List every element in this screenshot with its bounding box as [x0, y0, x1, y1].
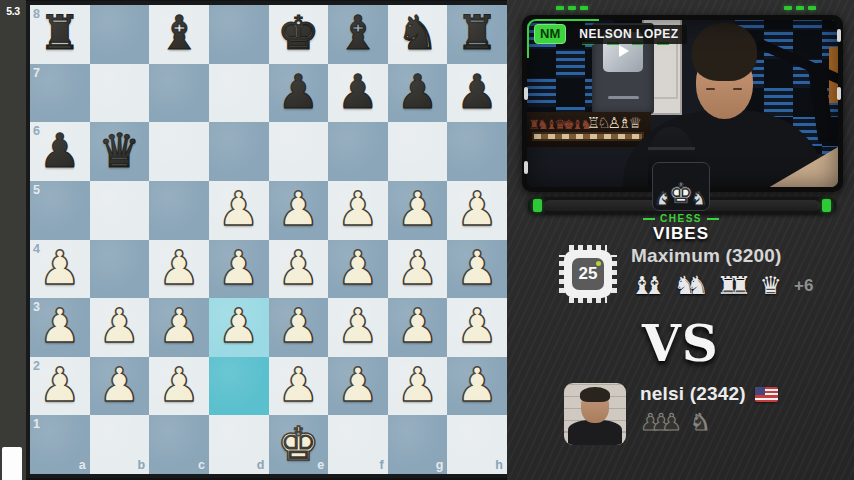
file-label-f: f: [380, 459, 384, 472]
square-g6[interactable]: [388, 122, 448, 181]
piece-white-pawn: ♟: [456, 302, 498, 349]
piece-white-pawn: ♟: [456, 185, 498, 232]
square-b3[interactable]: ♟: [90, 298, 150, 357]
square-g1[interactable]: g: [388, 415, 448, 474]
frame-tick: [524, 87, 528, 100]
rank-label-3: 3: [33, 301, 40, 314]
piece-white-pawn: ♟: [396, 361, 438, 408]
player-card-nelsi: nelsi (2342) ♟♟♟♞: [564, 383, 778, 445]
square-b5[interactable]: [90, 181, 150, 240]
captured-group: ♟♟♟: [640, 411, 682, 434]
rank-label-4: 4: [33, 243, 40, 256]
piece-black-bishop: ♝: [337, 9, 379, 56]
piece-white-pawn: ♟: [456, 244, 498, 291]
rank-label-7: 7: [33, 67, 40, 80]
green-cap-left: [533, 199, 542, 212]
captured-rook-icon: ♜: [729, 273, 751, 298]
piece-white-pawn: ♟: [337, 302, 379, 349]
piece-white-pawn: ♟: [337, 185, 379, 232]
piece-white-pawn: ♟: [277, 302, 319, 349]
file-label-d: d: [257, 459, 265, 472]
streamer-name: NELSON LOPEZ: [571, 25, 686, 44]
square-b6[interactable]: ♛: [90, 122, 150, 181]
square-b1[interactable]: b: [90, 415, 150, 474]
square-f5[interactable]: ♟: [328, 181, 388, 240]
green-cap-right: [822, 199, 831, 212]
square-h6[interactable]: [447, 122, 507, 181]
square-a5[interactable]: 5: [30, 181, 90, 240]
square-f6[interactable]: [328, 122, 388, 181]
cpu-chip-avatar: 25: [559, 245, 617, 303]
captured-group: ♞: [690, 411, 711, 434]
player-info-maximum: Maximum (3200) ♝♝♞♞♜♜♛ +6: [631, 245, 813, 298]
square-d8[interactable]: [209, 5, 269, 64]
captured-piece-icons: ♟♟♟♞: [640, 411, 719, 434]
piece-white-pawn: ♟: [98, 361, 140, 408]
square-g7[interactable]: ♟: [388, 64, 448, 123]
piece-white-pawn: ♟: [39, 302, 81, 349]
square-a3[interactable]: 3♟: [30, 298, 90, 357]
piece-white-pawn: ♟: [158, 361, 200, 408]
piece-black-rook: ♜: [456, 9, 498, 56]
right-panel: ♜♞♝♛♚♝♞ ♖♘♙♗♕: [507, 0, 854, 480]
logo-text-vibes: VIBES: [611, 224, 751, 244]
file-label-b: b: [138, 459, 146, 472]
rank-label-1: 1: [33, 418, 40, 431]
player-name-maximum: Maximum (3200): [631, 245, 813, 267]
square-h7[interactable]: ♟: [447, 64, 507, 123]
piece-white-pawn: ♟: [456, 361, 498, 408]
square-a2[interactable]: 2♟: [30, 357, 90, 416]
square-h4[interactable]: ♟: [447, 240, 507, 299]
square-c2[interactable]: ♟: [149, 357, 209, 416]
square-c8[interactable]: ♝: [149, 5, 209, 64]
square-e3[interactable]: ♟: [269, 298, 329, 357]
square-e4[interactable]: ♟: [269, 240, 329, 299]
piece-black-bishop: ♝: [158, 9, 200, 56]
square-f7[interactable]: ♟: [328, 64, 388, 123]
square-f8[interactable]: ♝: [328, 5, 388, 64]
green-dash: [580, 6, 588, 10]
square-e5[interactable]: ♟: [269, 181, 329, 240]
rank-label-2: 2: [33, 360, 40, 373]
square-c4[interactable]: ♟: [149, 240, 209, 299]
square-g8[interactable]: ♞: [388, 5, 448, 64]
material-advantage: +6: [794, 276, 813, 296]
square-f4[interactable]: ♟: [328, 240, 388, 299]
piece-white-pawn: ♟: [396, 185, 438, 232]
piece-black-queen: ♛: [98, 127, 140, 174]
captured-queen-icon: ♛: [760, 273, 782, 298]
square-h2[interactable]: ♟: [447, 357, 507, 416]
captured-group: ♜♜: [717, 273, 752, 298]
piece-white-pawn: ♟: [396, 244, 438, 291]
green-dashes-left: [556, 6, 588, 10]
piece-black-king: ♚: [277, 9, 319, 56]
piece-white-pawn: ♟: [158, 302, 200, 349]
player-card-maximum: 25 Maximum (3200) ♝♝♞♞♜♜♛ +6: [559, 245, 813, 303]
square-d3[interactable]: ♟: [209, 298, 269, 357]
chess-vibes-logo: ♞ ♚ ♞ CHESS VIBES: [611, 162, 751, 244]
rank-label-6: 6: [33, 125, 40, 138]
piece-black-pawn: ♟: [337, 68, 379, 115]
square-c3[interactable]: ♟: [149, 298, 209, 357]
square-g2[interactable]: ♟: [388, 357, 448, 416]
square-g4[interactable]: ♟: [388, 240, 448, 299]
captured-group: ♞♞: [674, 273, 709, 298]
avatar-shirt: [568, 420, 623, 445]
frame-tick: [524, 161, 528, 174]
piece-black-pawn: ♟: [39, 127, 81, 174]
chip-indicator-dot: [596, 261, 601, 266]
captured-group: ♛: [760, 273, 782, 298]
piece-black-knight: ♞: [396, 9, 438, 56]
evaluation-bar-white-portion: [2, 447, 22, 480]
square-b2[interactable]: ♟: [90, 357, 150, 416]
piece-black-rook: ♜: [39, 9, 81, 56]
piece-black-pawn: ♟: [277, 68, 319, 115]
square-d5[interactable]: ♟: [209, 181, 269, 240]
evaluation-bar: 5.3: [0, 0, 26, 480]
square-b7[interactable]: [90, 64, 150, 123]
piece-white-pawn: ♟: [218, 302, 260, 349]
square-d4[interactable]: ♟: [209, 240, 269, 299]
piece-white-pawn: ♟: [277, 244, 319, 291]
square-f2[interactable]: ♟: [328, 357, 388, 416]
knight-icon: ♞: [691, 189, 708, 208]
square-e8[interactable]: ♚: [269, 5, 329, 64]
avatar-hair: [580, 387, 610, 402]
green-dash: [556, 6, 564, 10]
square-e7[interactable]: ♟: [269, 64, 329, 123]
logo-badge: ♞ ♚ ♞: [652, 162, 710, 211]
square-c7[interactable]: [149, 64, 209, 123]
captured-group: ♝♝: [631, 273, 666, 298]
piece-black-pawn: ♟: [456, 68, 498, 115]
square-c5[interactable]: [149, 181, 209, 240]
square-c1[interactable]: c: [149, 415, 209, 474]
square-d2[interactable]: [209, 357, 269, 416]
square-f3[interactable]: ♟: [328, 298, 388, 357]
green-dash: [784, 6, 792, 10]
title-badge: NM: [534, 24, 566, 44]
file-label-h: h: [495, 459, 503, 472]
avatar-nelsi: [564, 383, 626, 445]
captured-knight-icon: ♞: [686, 273, 708, 298]
piece-white-pawn: ♟: [218, 244, 260, 291]
square-d7[interactable]: [209, 64, 269, 123]
green-dash: [568, 6, 576, 10]
square-h3[interactable]: ♟: [447, 298, 507, 357]
rank-label-8: 8: [33, 8, 40, 21]
streamer-badge: NM NELSON LOPEZ: [534, 24, 687, 44]
file-label-a: a: [79, 459, 86, 472]
file-label-g: g: [436, 459, 444, 472]
square-a7[interactable]: 7: [30, 64, 90, 123]
piece-white-pawn: ♟: [158, 244, 200, 291]
captured-pieces-nelsi: ♟♟♟♞: [640, 411, 778, 434]
player-name-line: nelsi (2342): [640, 383, 778, 405]
evaluation-score: 5.3: [0, 5, 26, 17]
square-a4[interactable]: 4♟: [30, 240, 90, 299]
piece-white-pawn: ♟: [337, 244, 379, 291]
green-dash: [808, 6, 816, 10]
us-flag-icon: [755, 387, 778, 402]
captured-knight-icon: ♞: [690, 411, 711, 434]
stream-overlay: 5.3 8♜♝♚♝♞♜7♟♟♟♟6♟♛5♟♟♟♟♟4♟♟♟♟♟♟♟3♟♟♟♟♟♟…: [0, 0, 854, 480]
green-dash: [796, 6, 804, 10]
piece-white-pawn: ♟: [337, 361, 379, 408]
square-e2[interactable]: ♟: [269, 357, 329, 416]
square-f1[interactable]: f: [328, 415, 388, 474]
logo-text-chess: CHESS: [611, 213, 751, 224]
square-a6[interactable]: 6♟: [30, 122, 90, 181]
frame-tick: [837, 29, 841, 42]
square-h1[interactable]: h: [447, 415, 507, 474]
square-c6[interactable]: [149, 122, 209, 181]
piece-white-pawn: ♟: [277, 361, 319, 408]
captured-pawn-icon: ♟: [661, 411, 682, 434]
square-h5[interactable]: ♟: [447, 181, 507, 240]
square-b4[interactable]: [90, 240, 150, 299]
frame-tick: [837, 87, 841, 100]
square-d6[interactable]: [209, 122, 269, 181]
rank-label-5: 5: [33, 184, 40, 197]
knight-icon: ♞: [654, 189, 671, 208]
green-dashes-right: [784, 6, 816, 10]
piece-white-pawn: ♟: [39, 244, 81, 291]
piece-white-pawn: ♟: [277, 185, 319, 232]
square-g5[interactable]: ♟: [388, 181, 448, 240]
file-label-e: e: [317, 459, 324, 472]
piece-white-pawn: ♟: [218, 185, 260, 232]
piece-black-pawn: ♟: [396, 68, 438, 115]
piece-white-pawn: ♟: [396, 302, 438, 349]
player-name-nelsi: nelsi (2342): [640, 383, 746, 405]
square-g3[interactable]: ♟: [388, 298, 448, 357]
player-info-nelsi: nelsi (2342) ♟♟♟♞: [640, 383, 778, 434]
captured-pieces-maximum: ♝♝♞♞♜♜♛ +6: [631, 273, 813, 298]
captured-bishop-icon: ♝: [643, 273, 665, 298]
square-a1[interactable]: 1a: [30, 415, 90, 474]
piece-white-king: ♚: [277, 420, 319, 467]
piece-white-pawn: ♟: [39, 361, 81, 408]
piece-white-pawn: ♟: [98, 302, 140, 349]
vs-label: VS: [507, 314, 854, 373]
captured-piece-icons: ♝♝♞♞♜♜♛: [631, 273, 790, 298]
square-a8[interactable]: 8♜: [30, 5, 90, 64]
square-h8[interactable]: ♜: [447, 5, 507, 64]
square-b8[interactable]: [90, 5, 150, 64]
chess-board: 8♜♝♚♝♞♜7♟♟♟♟6♟♛5♟♟♟♟♟4♟♟♟♟♟♟♟3♟♟♟♟♟♟♟♟2♟…: [30, 5, 507, 474]
square-d1[interactable]: d: [209, 415, 269, 474]
file-label-c: c: [198, 459, 205, 472]
square-e1[interactable]: e♚: [269, 415, 329, 474]
square-e6[interactable]: [269, 122, 329, 181]
